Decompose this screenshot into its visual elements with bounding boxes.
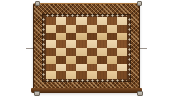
square xyxy=(76,48,86,56)
square xyxy=(107,48,117,56)
square xyxy=(97,71,107,79)
square xyxy=(97,64,107,72)
square xyxy=(97,25,107,33)
square xyxy=(107,17,117,25)
square xyxy=(76,33,86,41)
square xyxy=(117,71,127,79)
square xyxy=(66,71,76,79)
square xyxy=(76,25,86,33)
square xyxy=(117,17,127,25)
square xyxy=(66,64,76,72)
square xyxy=(66,25,76,33)
square xyxy=(107,33,117,41)
square xyxy=(107,40,117,48)
board-grid xyxy=(46,17,127,79)
product-photo-background xyxy=(0,0,175,105)
square xyxy=(56,64,66,72)
square xyxy=(46,71,56,79)
square xyxy=(76,71,86,79)
square xyxy=(76,40,86,48)
square xyxy=(117,25,127,33)
square xyxy=(117,40,127,48)
square xyxy=(87,17,97,25)
square xyxy=(87,71,97,79)
square xyxy=(46,25,56,33)
square xyxy=(66,56,76,64)
foot-hardware-bottom-left xyxy=(34,91,40,96)
square xyxy=(46,17,56,25)
stud-column-left xyxy=(42,17,45,79)
square xyxy=(97,17,107,25)
square xyxy=(117,48,127,56)
square xyxy=(76,17,86,25)
square xyxy=(66,40,76,48)
square xyxy=(87,25,97,33)
chess-board xyxy=(33,3,140,93)
square xyxy=(97,48,107,56)
square xyxy=(87,56,97,64)
fold-seam-right xyxy=(139,48,147,49)
square xyxy=(97,40,107,48)
square xyxy=(117,64,127,72)
square xyxy=(56,71,66,79)
square xyxy=(56,56,66,64)
square xyxy=(46,64,56,72)
square xyxy=(107,56,117,64)
square xyxy=(66,48,76,56)
square xyxy=(46,40,56,48)
clasp-hardware-top-right xyxy=(137,1,142,6)
clasp-hardware-top-left xyxy=(35,1,40,6)
stud-column-right xyxy=(128,17,131,79)
square xyxy=(56,48,66,56)
square xyxy=(97,33,107,41)
square xyxy=(107,64,117,72)
square xyxy=(87,48,97,56)
square xyxy=(56,40,66,48)
stud-border xyxy=(42,14,131,82)
square xyxy=(97,56,107,64)
square xyxy=(87,64,97,72)
square xyxy=(87,33,97,41)
square xyxy=(46,33,56,41)
square xyxy=(87,40,97,48)
square xyxy=(56,17,66,25)
square xyxy=(107,71,117,79)
square xyxy=(66,17,76,25)
square xyxy=(56,25,66,33)
square xyxy=(117,56,127,64)
square xyxy=(46,56,56,64)
foot-hardware-bottom-right xyxy=(137,91,143,96)
square xyxy=(76,64,86,72)
square xyxy=(107,25,117,33)
board-bottom-edge xyxy=(31,88,142,93)
square xyxy=(76,56,86,64)
square xyxy=(66,33,76,41)
square xyxy=(56,33,66,41)
fold-seam-left xyxy=(26,48,34,49)
square xyxy=(46,48,56,56)
square xyxy=(117,33,127,41)
stud-row-bottom xyxy=(46,79,127,82)
